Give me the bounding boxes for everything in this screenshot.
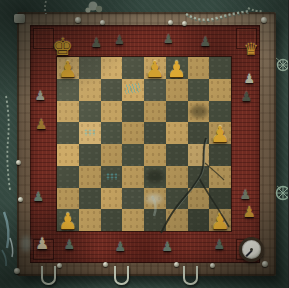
- square-f5[interactable]: [166, 122, 188, 144]
- metal-stud: [174, 262, 179, 267]
- metal-stud: [16, 160, 21, 165]
- square-h8[interactable]: [209, 57, 231, 79]
- wheel-charm-right-upper: [276, 58, 288, 71]
- square-c4[interactable]: [101, 144, 123, 166]
- metal-stud: [210, 263, 215, 268]
- square-b2[interactable]: [79, 188, 101, 210]
- square-e5[interactable]: [144, 122, 166, 144]
- square-a5[interactable]: [57, 122, 79, 144]
- wire-hook-bottom-right: [183, 266, 198, 285]
- paint-smudge: [21, 236, 31, 252]
- square-a3[interactable]: [57, 166, 79, 188]
- teal-pawn[interactable]: ♟: [64, 238, 76, 251]
- square-c7[interactable]: [101, 79, 123, 101]
- board-piece-gold-pawn[interactable]: ♟: [58, 59, 78, 81]
- square-b1[interactable]: [79, 209, 101, 231]
- square-f4[interactable]: [166, 144, 188, 166]
- square-f7[interactable]: [166, 79, 188, 101]
- board-piece-gold-pawn[interactable]: ♟: [145, 59, 165, 81]
- square-d3[interactable]: [122, 166, 144, 188]
- teal-pawn[interactable]: ♟: [115, 240, 127, 253]
- square-d1[interactable]: [122, 209, 144, 231]
- square-f8[interactable]: ♟: [166, 57, 188, 79]
- metal-stud: [262, 261, 268, 267]
- square-e8[interactable]: ♟: [144, 57, 166, 79]
- teal-pawn[interactable]: ♟: [214, 238, 226, 251]
- square-e6[interactable]: [144, 101, 166, 123]
- board-piece-gold-pawn[interactable]: ♟: [210, 211, 230, 233]
- square-b7[interactable]: [79, 79, 101, 101]
- metal-stud: [75, 17, 81, 23]
- square-g1[interactable]: [188, 209, 210, 231]
- square-g8[interactable]: [188, 57, 210, 79]
- square-c5[interactable]: [101, 122, 123, 144]
- metal-stud: [182, 21, 187, 26]
- silver-pawn[interactable]: ♟: [244, 72, 256, 85]
- square-c6[interactable]: [101, 101, 123, 123]
- pewter-pawn[interactable]: ♟: [91, 36, 103, 49]
- square-f2[interactable]: [166, 188, 188, 210]
- wire-hook-bottom-center: [114, 266, 129, 285]
- square-b3[interactable]: [79, 166, 101, 188]
- pewter-pawn[interactable]: ♟: [240, 188, 252, 201]
- square-g6[interactable]: [188, 101, 210, 123]
- square-a7[interactable]: [57, 79, 79, 101]
- metal-stud: [57, 263, 62, 268]
- square-h2[interactable]: [209, 188, 231, 210]
- square-d7[interactable]: [122, 79, 144, 101]
- square-a4[interactable]: [57, 144, 79, 166]
- square-f6[interactable]: [166, 101, 188, 123]
- wall-scene: ♟♟♟♟♟♟ ♚♟♟♟♟♛♟♟♟♟♟♟♟♟♟♟♟♟: [0, 0, 288, 288]
- square-d4[interactable]: [122, 144, 144, 166]
- board-piece-gold-pawn[interactable]: ♟: [167, 59, 187, 81]
- square-b5[interactable]: [79, 122, 101, 144]
- metal-stud: [100, 20, 105, 25]
- square-a2[interactable]: [57, 188, 79, 210]
- square-g7[interactable]: [188, 79, 210, 101]
- metal-stud: [103, 262, 108, 267]
- metal-stud: [168, 20, 173, 25]
- teal-pawn[interactable]: ♟: [33, 190, 45, 203]
- chain-lump-top-left: [89, 2, 98, 11]
- square-c2[interactable]: [101, 188, 123, 210]
- wire-hook-bottom-left: [41, 266, 56, 285]
- square-f1[interactable]: [166, 209, 188, 231]
- paint-streaks-bottom-left: [2, 212, 13, 266]
- square-b4[interactable]: [79, 144, 101, 166]
- square-d8[interactable]: [122, 57, 144, 79]
- pewter-pawn[interactable]: ♟: [114, 34, 125, 46]
- square-h3[interactable]: [209, 166, 231, 188]
- corner-bracket: [14, 14, 25, 23]
- square-e7[interactable]: [144, 79, 166, 101]
- square-d6[interactable]: [122, 101, 144, 123]
- square-g2[interactable]: [188, 188, 210, 210]
- pewter-pawn[interactable]: ♟: [241, 90, 253, 103]
- board-piece-gold-pawn[interactable]: ♟: [58, 211, 78, 233]
- silver-pawn[interactable]: ♟: [35, 89, 47, 102]
- pewter-pawn[interactable]: ♟: [200, 35, 212, 48]
- metal-stud: [14, 268, 20, 274]
- bronze-pawn[interactable]: ♟: [35, 117, 48, 131]
- square-d5[interactable]: [122, 122, 144, 144]
- square-d2[interactable]: [122, 188, 144, 210]
- gold-crowned-queen[interactable]: ♛: [244, 41, 259, 58]
- square-f3[interactable]: [166, 166, 188, 188]
- square-b8[interactable]: [79, 57, 101, 79]
- square-e3[interactable]: [144, 166, 166, 188]
- wall-chain-left: [6, 96, 10, 190]
- square-h1[interactable]: ♟: [209, 209, 231, 231]
- square-h5[interactable]: ♟: [209, 122, 231, 144]
- square-c8[interactable]: [101, 57, 123, 79]
- square-h6[interactable]: [209, 101, 231, 123]
- square-g3[interactable]: [188, 166, 210, 188]
- square-c1[interactable]: [101, 209, 123, 231]
- square-g5[interactable]: [188, 122, 210, 144]
- square-e1[interactable]: [144, 209, 166, 231]
- gold-pawn[interactable]: ♟: [243, 205, 256, 220]
- metal-stud: [18, 197, 23, 202]
- pewter-pawn[interactable]: ♟: [163, 33, 174, 45]
- square-c3[interactable]: [101, 166, 123, 188]
- gold-crowned-king[interactable]: ♚: [52, 35, 74, 59]
- teal-pawn[interactable]: ♟: [162, 240, 174, 253]
- square-h4[interactable]: [209, 144, 231, 166]
- square-e2[interactable]: [144, 188, 166, 210]
- board-piece-gold-pawn[interactable]: ♟: [210, 124, 230, 146]
- metal-stud: [261, 17, 267, 23]
- gauge-needle: [245, 250, 252, 257]
- square-a1[interactable]: ♟: [57, 209, 79, 231]
- square-a6[interactable]: [57, 101, 79, 123]
- ivory-pawn[interactable]: ♟: [35, 236, 49, 252]
- square-g4[interactable]: [188, 144, 210, 166]
- square-b6[interactable]: [79, 101, 101, 123]
- square-h7[interactable]: [209, 79, 231, 101]
- wheel-charm-right-lower: [277, 186, 289, 200]
- square-e4[interactable]: [144, 144, 166, 166]
- gauge-dial: [239, 237, 264, 262]
- chess-grid: ♟♟♟♟♟♟: [56, 56, 232, 232]
- border-corner-motif: [33, 28, 54, 49]
